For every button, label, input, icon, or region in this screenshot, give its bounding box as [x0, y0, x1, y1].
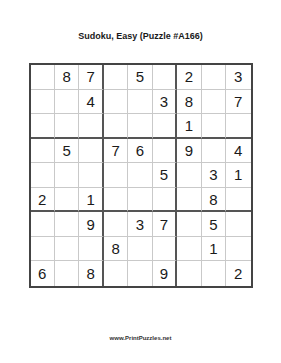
cell-r9c3: 8 [79, 261, 103, 286]
cell-r6c6 [153, 188, 177, 213]
cell-r6c9 [226, 188, 250, 213]
cell-r5c7 [177, 163, 201, 188]
cell-r4c4: 7 [104, 139, 128, 164]
cell-r5c2 [55, 163, 79, 188]
cell-r1c5: 5 [128, 65, 152, 90]
cell-r4c7: 9 [177, 139, 201, 164]
cell-r6c4 [104, 188, 128, 213]
cell-r8c4: 8 [104, 237, 128, 262]
cell-r5c8: 3 [202, 163, 226, 188]
cell-r8c2 [55, 237, 79, 262]
cell-r4c1 [31, 139, 55, 164]
cell-r8c1 [31, 237, 55, 262]
cell-r9c6: 9 [153, 261, 177, 286]
cell-r5c1 [31, 163, 55, 188]
cell-r7c2 [55, 212, 79, 237]
cell-r3c4 [104, 114, 128, 139]
cell-r7c4 [104, 212, 128, 237]
puzzle-title: Sudoku, Easy (Puzzle #A166) [0, 0, 281, 42]
cell-r9c1: 6 [31, 261, 55, 286]
cell-r2c1 [31, 90, 55, 115]
cell-r4c9: 4 [226, 139, 250, 164]
cell-r2c3: 4 [79, 90, 103, 115]
cell-r2c9: 7 [226, 90, 250, 115]
cell-r4c6 [153, 139, 177, 164]
printable-page: Sudoku, Easy (Puzzle #A166) 875234387157… [0, 0, 281, 363]
cell-r8c6 [153, 237, 177, 262]
cell-r9c8 [202, 261, 226, 286]
cell-r2c2 [55, 90, 79, 115]
sudoku-grid: 8752343871576945312189375816892 [29, 63, 253, 288]
cell-r2c4 [104, 90, 128, 115]
cell-r7c8: 5 [202, 212, 226, 237]
cell-r5c6: 5 [153, 163, 177, 188]
cell-r3c9 [226, 114, 250, 139]
cell-r1c9: 3 [226, 65, 250, 90]
cell-r1c7: 2 [177, 65, 201, 90]
cell-r2c8 [202, 90, 226, 115]
cell-r6c5 [128, 188, 152, 213]
cell-r2c7: 8 [177, 90, 201, 115]
cell-r3c5 [128, 114, 152, 139]
cell-r6c8: 8 [202, 188, 226, 213]
cell-r8c9 [226, 237, 250, 262]
cell-r5c9: 1 [226, 163, 250, 188]
cell-r7c9 [226, 212, 250, 237]
cell-r4c3 [79, 139, 103, 164]
cell-r7c5: 3 [128, 212, 152, 237]
cell-r7c6: 7 [153, 212, 177, 237]
cell-r5c5 [128, 163, 152, 188]
cell-r4c5: 6 [128, 139, 152, 164]
cell-r9c9: 2 [226, 261, 250, 286]
cell-r1c8 [202, 65, 226, 90]
cell-r4c2: 5 [55, 139, 79, 164]
cell-r6c3: 1 [79, 188, 103, 213]
cell-r3c2 [55, 114, 79, 139]
cell-r5c3 [79, 163, 103, 188]
cell-r8c7 [177, 237, 201, 262]
cell-r9c4 [104, 261, 128, 286]
cell-r1c2: 8 [55, 65, 79, 90]
cell-r7c7 [177, 212, 201, 237]
cell-r3c1 [31, 114, 55, 139]
footer-url: www.PrintPuzzles.net [0, 334, 281, 342]
cell-r3c8 [202, 114, 226, 139]
cell-r6c2 [55, 188, 79, 213]
cell-r3c3 [79, 114, 103, 139]
cell-r7c1 [31, 212, 55, 237]
cell-r1c4 [104, 65, 128, 90]
cell-r7c3: 9 [79, 212, 103, 237]
cell-r6c7 [177, 188, 201, 213]
cell-r9c7 [177, 261, 201, 286]
cell-r1c3: 7 [79, 65, 103, 90]
cell-r8c5 [128, 237, 152, 262]
cell-r1c1 [31, 65, 55, 90]
cell-r9c2 [55, 261, 79, 286]
cell-r9c5 [128, 261, 152, 286]
cell-r4c8 [202, 139, 226, 164]
cell-r2c5 [128, 90, 152, 115]
cell-r2c6: 3 [153, 90, 177, 115]
cell-r5c4 [104, 163, 128, 188]
cell-r1c6 [153, 65, 177, 90]
cell-r8c3 [79, 237, 103, 262]
cell-r8c8: 1 [202, 237, 226, 262]
cell-r3c7: 1 [177, 114, 201, 139]
cell-r3c6 [153, 114, 177, 139]
cell-r6c1: 2 [31, 188, 55, 213]
